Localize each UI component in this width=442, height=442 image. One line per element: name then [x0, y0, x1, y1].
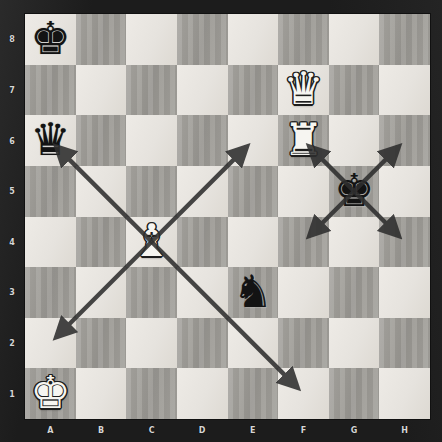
- square-f6[interactable]: ♜: [278, 115, 329, 166]
- square-h3[interactable]: [379, 267, 430, 318]
- square-e2[interactable]: [228, 318, 279, 369]
- square-f4[interactable]: [278, 217, 329, 268]
- square-e3[interactable]: ♞: [228, 267, 279, 318]
- square-a5[interactable]: [25, 166, 76, 217]
- square-b4[interactable]: [76, 217, 127, 268]
- square-g7[interactable]: [329, 65, 380, 116]
- square-e4[interactable]: [228, 217, 279, 268]
- square-a1[interactable]: ♚: [25, 368, 76, 419]
- square-b8[interactable]: [76, 14, 127, 65]
- square-d6[interactable]: [177, 115, 228, 166]
- square-h5[interactable]: [379, 166, 430, 217]
- square-a4[interactable]: [25, 217, 76, 268]
- square-d2[interactable]: [177, 318, 228, 369]
- square-b6[interactable]: [76, 115, 127, 166]
- square-d1[interactable]: [177, 368, 228, 419]
- rank-label-8: 8: [9, 35, 15, 44]
- rank-label-2: 2: [9, 339, 15, 348]
- square-b5[interactable]: [76, 166, 127, 217]
- square-f7[interactable]: ♛: [278, 65, 329, 116]
- rank-label-6: 6: [9, 136, 15, 145]
- piece-white-king-a1[interactable]: ♚: [30, 370, 70, 415]
- square-e1[interactable]: [228, 368, 279, 419]
- square-c1[interactable]: [126, 368, 177, 419]
- chessboard: ♚♛♛♜♚♝♞♚: [25, 14, 430, 419]
- piece-black-king-a8[interactable]: ♚: [30, 16, 70, 61]
- square-c7[interactable]: [126, 65, 177, 116]
- rank-label-4: 4: [9, 237, 15, 246]
- square-f2[interactable]: [278, 318, 329, 369]
- rank-label-3: 3: [9, 288, 15, 297]
- square-g5[interactable]: ♚: [329, 166, 380, 217]
- piece-white-bishop-c4[interactable]: ♝: [131, 218, 171, 263]
- square-h6[interactable]: [379, 115, 430, 166]
- square-g1[interactable]: [329, 368, 380, 419]
- square-g8[interactable]: [329, 14, 380, 65]
- square-e5[interactable]: [228, 166, 279, 217]
- square-c6[interactable]: [126, 115, 177, 166]
- square-a3[interactable]: [25, 267, 76, 318]
- square-g4[interactable]: [329, 217, 380, 268]
- square-a2[interactable]: [25, 318, 76, 369]
- square-e8[interactable]: [228, 14, 279, 65]
- square-h4[interactable]: [379, 217, 430, 268]
- file-label-A: A: [47, 426, 53, 435]
- square-a7[interactable]: [25, 65, 76, 116]
- file-label-G: G: [351, 426, 358, 435]
- square-g2[interactable]: [329, 318, 380, 369]
- piece-black-king-g5[interactable]: ♚: [334, 168, 374, 213]
- piece-black-queen-a6[interactable]: ♛: [30, 117, 70, 162]
- square-b7[interactable]: [76, 65, 127, 116]
- square-b2[interactable]: [76, 318, 127, 369]
- piece-white-rook-f6[interactable]: ♜: [283, 117, 323, 162]
- square-h8[interactable]: [379, 14, 430, 65]
- rank-label-1: 1: [9, 389, 15, 398]
- square-f3[interactable]: [278, 267, 329, 318]
- square-g6[interactable]: [329, 115, 380, 166]
- square-d4[interactable]: [177, 217, 228, 268]
- square-b1[interactable]: [76, 368, 127, 419]
- file-label-C: C: [149, 426, 155, 435]
- rank-label-7: 7: [9, 85, 15, 94]
- square-g3[interactable]: [329, 267, 380, 318]
- square-d7[interactable]: [177, 65, 228, 116]
- square-b3[interactable]: [76, 267, 127, 318]
- square-c4[interactable]: ♝: [126, 217, 177, 268]
- square-a8[interactable]: ♚: [25, 14, 76, 65]
- file-label-E: E: [250, 426, 255, 435]
- file-label-H: H: [401, 426, 408, 435]
- rank-label-5: 5: [9, 187, 15, 196]
- square-d8[interactable]: [177, 14, 228, 65]
- square-h2[interactable]: [379, 318, 430, 369]
- square-d5[interactable]: [177, 166, 228, 217]
- square-c5[interactable]: [126, 166, 177, 217]
- file-label-B: B: [98, 426, 104, 435]
- file-label-F: F: [301, 426, 306, 435]
- square-c2[interactable]: [126, 318, 177, 369]
- square-f5[interactable]: [278, 166, 329, 217]
- square-a6[interactable]: ♛: [25, 115, 76, 166]
- square-f1[interactable]: [278, 368, 329, 419]
- chessboard-frame: ♚♛♛♜♚♝♞♚ 87654321ABCDEFGH: [0, 0, 442, 442]
- square-d3[interactable]: [177, 267, 228, 318]
- file-label-D: D: [199, 426, 206, 435]
- piece-white-queen-f7[interactable]: ♛: [283, 66, 323, 111]
- square-f8[interactable]: [278, 14, 329, 65]
- square-c3[interactable]: [126, 267, 177, 318]
- square-h1[interactable]: [379, 368, 430, 419]
- square-h7[interactable]: [379, 65, 430, 116]
- square-e6[interactable]: [228, 115, 279, 166]
- square-e7[interactable]: [228, 65, 279, 116]
- piece-black-knight-e3[interactable]: ♞: [233, 269, 273, 314]
- square-c8[interactable]: [126, 14, 177, 65]
